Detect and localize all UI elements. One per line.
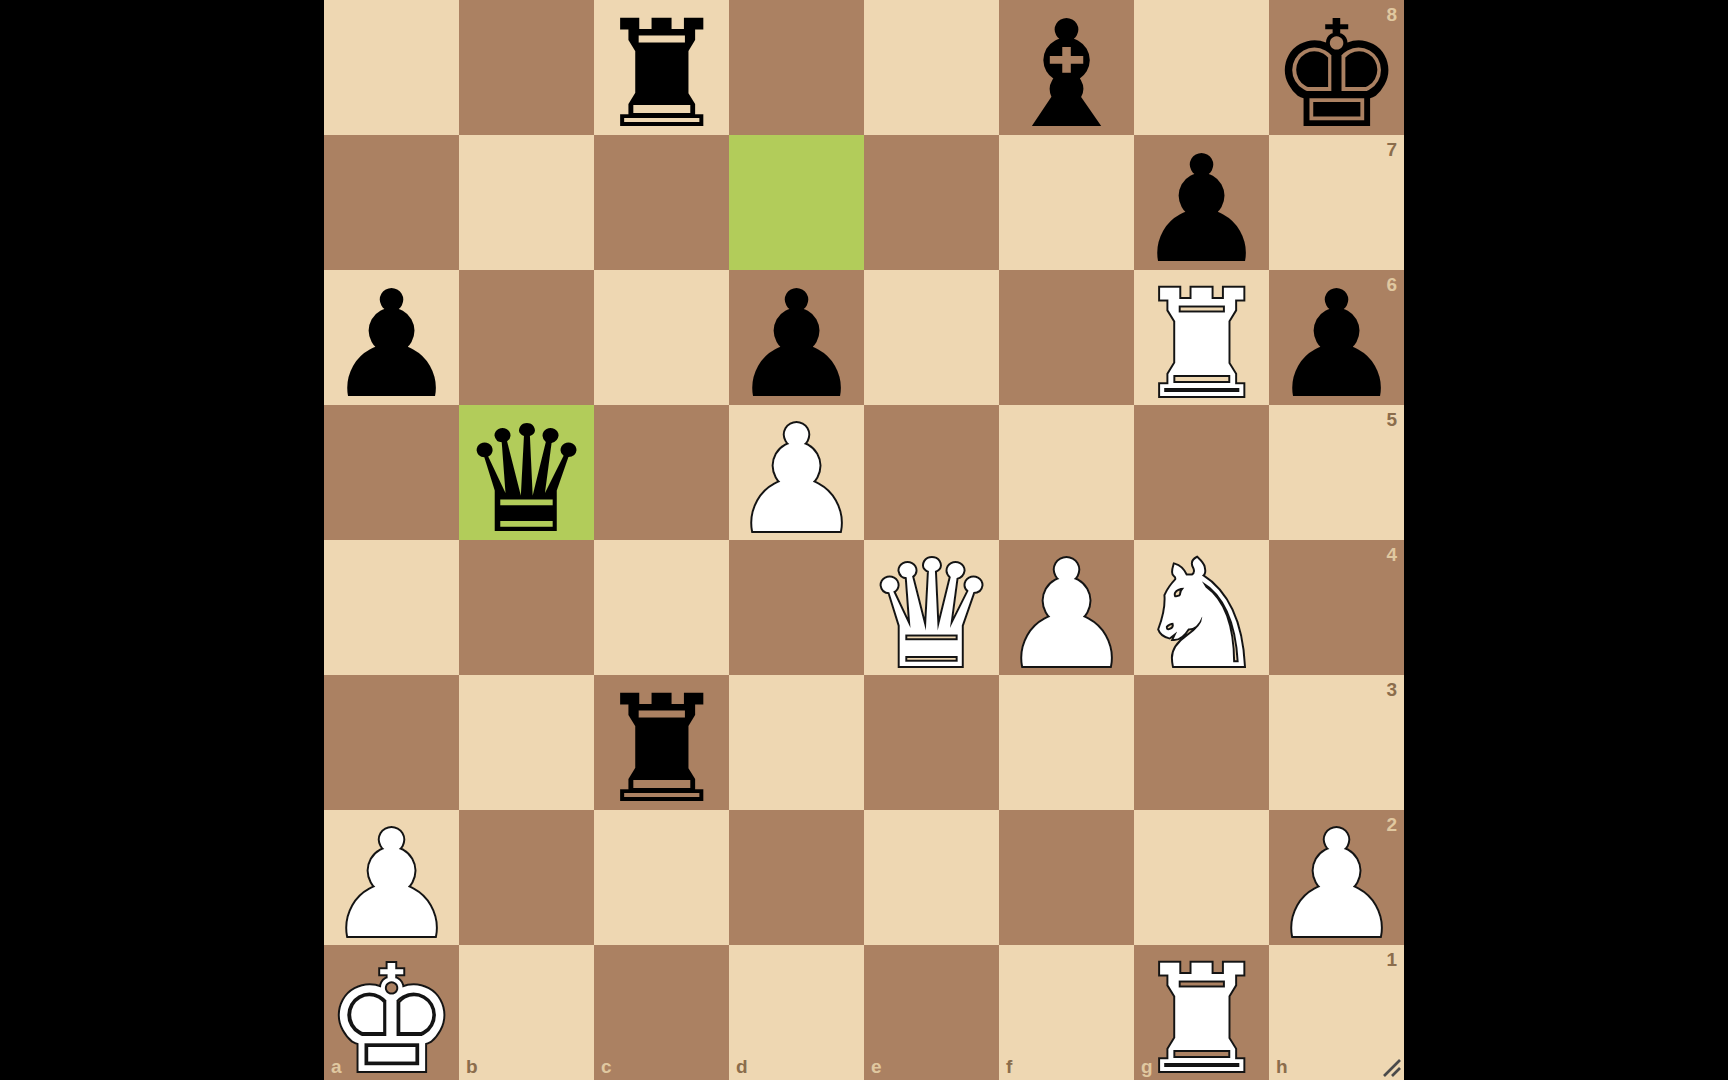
square-h4[interactable]: 4 xyxy=(1269,540,1404,675)
square-f3[interactable] xyxy=(999,675,1134,810)
rank-label-8: 8 xyxy=(1386,5,1397,24)
square-g5[interactable] xyxy=(1134,405,1269,540)
rank-label-1: 1 xyxy=(1386,950,1397,969)
square-b1[interactable]: b xyxy=(459,945,594,1080)
square-b2[interactable] xyxy=(459,810,594,945)
rank-label-4: 4 xyxy=(1386,545,1397,564)
file-label-e: e xyxy=(871,1057,882,1076)
board-resize-handle-icon[interactable] xyxy=(1381,1057,1403,1079)
white-pawn[interactable]: ♟ xyxy=(999,547,1134,682)
file-label-h: h xyxy=(1276,1057,1288,1076)
white-queen[interactable]: ♛ xyxy=(864,547,999,682)
rank-label-2: 2 xyxy=(1386,815,1397,834)
file-label-g: g xyxy=(1141,1057,1153,1076)
square-g8[interactable] xyxy=(1134,0,1269,135)
square-f7[interactable] xyxy=(999,135,1134,270)
square-b5[interactable]: ♛ xyxy=(459,405,594,540)
square-f6[interactable] xyxy=(999,270,1134,405)
square-h2[interactable]: ♟2 xyxy=(1269,810,1404,945)
square-e6[interactable] xyxy=(864,270,999,405)
square-d7[interactable] xyxy=(729,135,864,270)
square-a2[interactable]: ♟ xyxy=(324,810,459,945)
square-e8[interactable] xyxy=(864,0,999,135)
square-g3[interactable] xyxy=(1134,675,1269,810)
black-pawn[interactable]: ♟ xyxy=(324,277,459,412)
file-label-c: c xyxy=(601,1057,612,1076)
square-d5[interactable]: ♟ xyxy=(729,405,864,540)
square-e3[interactable] xyxy=(864,675,999,810)
white-pawn[interactable]: ♟ xyxy=(324,817,459,952)
square-b4[interactable] xyxy=(459,540,594,675)
black-pawn[interactable]: ♟ xyxy=(1134,142,1269,277)
file-label-d: d xyxy=(736,1057,748,1076)
rank-label-3: 3 xyxy=(1386,680,1397,699)
file-label-f: f xyxy=(1006,1057,1012,1076)
square-d6[interactable]: ♟ xyxy=(729,270,864,405)
square-d1[interactable]: d xyxy=(729,945,864,1080)
square-c1[interactable]: c xyxy=(594,945,729,1080)
black-king[interactable]: ♚ xyxy=(1269,7,1404,142)
square-d4[interactable] xyxy=(729,540,864,675)
rank-label-5: 5 xyxy=(1386,410,1397,429)
square-f8[interactable]: ♝ xyxy=(999,0,1134,135)
square-e2[interactable] xyxy=(864,810,999,945)
square-b7[interactable] xyxy=(459,135,594,270)
square-e7[interactable] xyxy=(864,135,999,270)
square-g6[interactable]: ♜ xyxy=(1134,270,1269,405)
square-c8[interactable]: ♜ xyxy=(594,0,729,135)
left-letterbox-bar xyxy=(0,0,324,1080)
square-b6[interactable] xyxy=(459,270,594,405)
rank-label-6: 6 xyxy=(1386,275,1397,294)
square-a4[interactable] xyxy=(324,540,459,675)
square-e5[interactable] xyxy=(864,405,999,540)
square-d8[interactable] xyxy=(729,0,864,135)
square-a3[interactable] xyxy=(324,675,459,810)
white-king[interactable]: ♚ xyxy=(324,952,459,1080)
black-pawn[interactable]: ♟ xyxy=(1269,277,1404,412)
chess-board[interactable]: ♜♝♚8♟7♟♟♜♟6♛♟5♛♟♞4♜3♟♟2♚abcdef♜g1h xyxy=(324,0,1404,1080)
square-h8[interactable]: ♚8 xyxy=(1269,0,1404,135)
black-rook[interactable]: ♜ xyxy=(594,7,729,142)
black-pawn[interactable]: ♟ xyxy=(729,277,864,412)
square-e4[interactable]: ♛ xyxy=(864,540,999,675)
square-a6[interactable]: ♟ xyxy=(324,270,459,405)
square-a1[interactable]: ♚a xyxy=(324,945,459,1080)
file-label-b: b xyxy=(466,1057,478,1076)
right-letterbox-bar xyxy=(1404,0,1728,1080)
square-c7[interactable] xyxy=(594,135,729,270)
square-c4[interactable] xyxy=(594,540,729,675)
black-bishop[interactable]: ♝ xyxy=(999,7,1134,142)
square-c2[interactable] xyxy=(594,810,729,945)
square-h7[interactable]: 7 xyxy=(1269,135,1404,270)
square-a5[interactable] xyxy=(324,405,459,540)
square-d3[interactable] xyxy=(729,675,864,810)
square-b3[interactable] xyxy=(459,675,594,810)
square-e1[interactable]: e xyxy=(864,945,999,1080)
square-d2[interactable] xyxy=(729,810,864,945)
square-c3[interactable]: ♜ xyxy=(594,675,729,810)
white-rook[interactable]: ♜ xyxy=(1134,277,1269,412)
square-c6[interactable] xyxy=(594,270,729,405)
square-g2[interactable] xyxy=(1134,810,1269,945)
white-pawn[interactable]: ♟ xyxy=(1269,817,1404,952)
square-f4[interactable]: ♟ xyxy=(999,540,1134,675)
file-label-a: a xyxy=(331,1057,342,1076)
square-g1[interactable]: ♜g xyxy=(1134,945,1269,1080)
square-g4[interactable]: ♞ xyxy=(1134,540,1269,675)
square-a8[interactable] xyxy=(324,0,459,135)
square-c5[interactable] xyxy=(594,405,729,540)
square-a7[interactable] xyxy=(324,135,459,270)
square-b8[interactable] xyxy=(459,0,594,135)
black-queen[interactable]: ♛ xyxy=(459,412,594,547)
square-f1[interactable]: f xyxy=(999,945,1134,1080)
white-pawn[interactable]: ♟ xyxy=(729,412,864,547)
white-rook[interactable]: ♜ xyxy=(1134,952,1269,1080)
square-f2[interactable] xyxy=(999,810,1134,945)
square-h3[interactable]: 3 xyxy=(1269,675,1404,810)
square-h5[interactable]: 5 xyxy=(1269,405,1404,540)
rank-label-7: 7 xyxy=(1386,140,1397,159)
square-h6[interactable]: ♟6 xyxy=(1269,270,1404,405)
white-knight[interactable]: ♞ xyxy=(1134,547,1269,682)
black-rook[interactable]: ♜ xyxy=(594,682,729,817)
square-g7[interactable]: ♟ xyxy=(1134,135,1269,270)
square-f5[interactable] xyxy=(999,405,1134,540)
